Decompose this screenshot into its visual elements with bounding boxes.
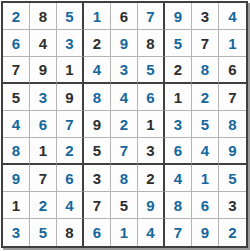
given-digit: 3 <box>201 9 209 24</box>
solved-digit: 4 <box>228 9 236 24</box>
cell-r6c5[interactable]: 7 <box>111 138 138 165</box>
solved-digit: 5 <box>201 117 209 132</box>
solved-digit: 2 <box>12 9 20 24</box>
cell-r4c5[interactable]: 4 <box>111 84 138 111</box>
solved-digit: 1 <box>120 225 128 240</box>
cell-r5c7[interactable]: 3 <box>165 111 192 138</box>
cell-r6c7[interactable]: 6 <box>165 138 192 165</box>
cell-r7c2[interactable]: 7 <box>30 165 57 192</box>
solved-digit: 9 <box>174 9 182 24</box>
cell-r7c4[interactable]: 3 <box>84 165 111 192</box>
solved-digit: 2 <box>228 225 236 240</box>
solved-digit: 1 <box>93 9 101 24</box>
given-digit: 7 <box>12 62 20 77</box>
cell-r5c9[interactable]: 8 <box>219 111 246 138</box>
given-digit: 2 <box>146 171 154 186</box>
solved-digit: 7 <box>120 143 128 158</box>
solved-digit: 7 <box>174 225 182 240</box>
cell-r4c9[interactable]: 7 <box>219 84 246 111</box>
cell-r2c7[interactable]: 5 <box>165 30 192 57</box>
solved-digit: 7 <box>65 117 73 132</box>
solved-digit: 8 <box>12 143 20 158</box>
cell-r7c6[interactable]: 2 <box>138 165 165 192</box>
solved-digit: 6 <box>39 117 47 132</box>
solved-digit: 1 <box>228 36 236 51</box>
cell-r1c7[interactable]: 9 <box>165 3 192 30</box>
cell-r4c1[interactable]: 5 <box>3 84 30 111</box>
given-digit: 7 <box>93 198 101 213</box>
solved-digit: 4 <box>93 62 101 77</box>
cell-r1c5[interactable]: 6 <box>111 3 138 30</box>
solved-digit: 9 <box>146 198 154 213</box>
cell-r1c4[interactable]: 1 <box>84 3 111 30</box>
given-digit: 4 <box>39 36 47 51</box>
cell-r3c8[interactable]: 8 <box>192 57 219 84</box>
solved-digit: 5 <box>228 171 236 186</box>
cell-r3c7[interactable]: 2 <box>165 57 192 84</box>
solved-digit: 8 <box>93 90 101 105</box>
cell-r8c4[interactable]: 7 <box>84 192 111 219</box>
given-digit: 7 <box>201 36 209 51</box>
cell-r2c1[interactable]: 6 <box>3 30 30 57</box>
cell-r9c6[interactable]: 4 <box>138 219 165 246</box>
cell-r7c9[interactable]: 5 <box>219 165 246 192</box>
given-digit: 1 <box>174 90 182 105</box>
cell-r3c1[interactable]: 7 <box>3 57 30 84</box>
cell-r8c1[interactable]: 1 <box>3 192 30 219</box>
cell-r6c4[interactable]: 5 <box>84 138 111 165</box>
cell-r4c3[interactable]: 9 <box>57 84 84 111</box>
cell-r9c9[interactable]: 2 <box>219 219 246 246</box>
cell-r9c1[interactable]: 3 <box>3 219 30 246</box>
given-digit: 3 <box>146 143 154 158</box>
cell-r1c6[interactable]: 7 <box>138 3 165 30</box>
cell-r9c7[interactable]: 7 <box>165 219 192 246</box>
cell-r8c5[interactable]: 5 <box>111 192 138 219</box>
cell-r6c3[interactable]: 2 <box>57 138 84 165</box>
cell-r4c6[interactable]: 6 <box>138 84 165 111</box>
given-digit: 9 <box>93 117 101 132</box>
cell-r3c3[interactable]: 1 <box>57 57 84 84</box>
solved-digit: 4 <box>65 198 73 213</box>
given-digit: 6 <box>120 9 128 24</box>
given-digit: 3 <box>93 171 101 186</box>
solved-digit: 3 <box>65 36 73 51</box>
solved-digit: 2 <box>39 198 47 213</box>
cell-r2c4[interactable]: 2 <box>84 30 111 57</box>
solved-digit: 8 <box>228 117 236 132</box>
cell-r5c5[interactable]: 2 <box>111 111 138 138</box>
cell-r6c1[interactable]: 8 <box>3 138 30 165</box>
cell-r5c2[interactable]: 6 <box>30 111 57 138</box>
solved-digit: 9 <box>12 171 20 186</box>
cell-r5c4[interactable]: 9 <box>84 111 111 138</box>
solved-digit: 6 <box>201 198 209 213</box>
cell-r6c9[interactable]: 9 <box>219 138 246 165</box>
solved-digit: 2 <box>201 90 209 105</box>
solved-digit: 5 <box>146 62 154 77</box>
solved-digit: 5 <box>65 9 73 24</box>
solved-digit: 4 <box>120 90 128 105</box>
cell-r1c1[interactable]: 2 <box>3 3 30 30</box>
given-digit: 8 <box>39 9 47 24</box>
given-digit: 1 <box>12 198 20 213</box>
cell-r8c9[interactable]: 3 <box>219 192 246 219</box>
cell-r5c1[interactable]: 4 <box>3 111 30 138</box>
cell-r5c8[interactable]: 5 <box>192 111 219 138</box>
solved-digit: 7 <box>146 9 154 24</box>
cell-r3c6[interactable]: 5 <box>138 57 165 84</box>
solved-digit: 1 <box>201 171 209 186</box>
solved-digit: 9 <box>120 36 128 51</box>
cell-r3c9[interactable]: 6 <box>219 57 246 84</box>
solved-digit: 5 <box>39 225 47 240</box>
cell-r6c2[interactable]: 1 <box>30 138 57 165</box>
given-digit: 8 <box>65 225 73 240</box>
cell-r8c7[interactable]: 8 <box>165 192 192 219</box>
solved-digit: 2 <box>65 143 73 158</box>
solved-digit: 4 <box>12 117 20 132</box>
cell-r8c8[interactable]: 6 <box>192 192 219 219</box>
solved-digit: 8 <box>201 62 209 77</box>
solved-digit: 8 <box>174 198 182 213</box>
cell-r1c2[interactable]: 8 <box>30 3 57 30</box>
cell-r9c2[interactable]: 5 <box>30 219 57 246</box>
sudoku-board: 2851679346432985717914352865398461274679… <box>1 1 248 248</box>
cell-r2c3[interactable]: 3 <box>57 30 84 57</box>
solved-digit: 2 <box>120 117 128 132</box>
given-digit: 6 <box>228 62 236 77</box>
cell-r7c5[interactable]: 8 <box>111 165 138 192</box>
cell-r1c8[interactable]: 3 <box>192 3 219 30</box>
given-digit: 8 <box>146 36 154 51</box>
given-digit: 2 <box>93 36 101 51</box>
cell-r9c4[interactable]: 6 <box>84 219 111 246</box>
solved-digit: 3 <box>39 90 47 105</box>
given-digit: 5 <box>93 143 101 158</box>
cell-r7c1[interactable]: 9 <box>3 165 30 192</box>
given-digit: 7 <box>228 90 236 105</box>
cell-r5c3[interactable]: 7 <box>57 111 84 138</box>
given-digit: 3 <box>228 198 236 213</box>
cell-r9c3[interactable]: 8 <box>57 219 84 246</box>
cell-r2c8[interactable]: 7 <box>192 30 219 57</box>
solved-digit: 5 <box>174 36 182 51</box>
solved-digit: 3 <box>12 225 20 240</box>
given-digit: 9 <box>65 90 73 105</box>
given-digit: 5 <box>120 198 128 213</box>
cell-r8c2[interactable]: 2 <box>30 192 57 219</box>
cell-r2c6[interactable]: 8 <box>138 30 165 57</box>
cell-r5c6[interactable]: 1 <box>138 111 165 138</box>
cell-r7c8[interactable]: 1 <box>192 165 219 192</box>
given-digit: 7 <box>39 171 47 186</box>
given-digit: 2 <box>174 62 182 77</box>
cell-r3c5[interactable]: 3 <box>111 57 138 84</box>
cell-r2c9[interactable]: 1 <box>219 30 246 57</box>
cell-r3c4[interactable]: 4 <box>84 57 111 84</box>
given-digit: 5 <box>12 90 20 105</box>
cell-r7c7[interactable]: 4 <box>165 165 192 192</box>
cell-r9c5[interactable]: 1 <box>111 219 138 246</box>
solved-digit: 4 <box>174 171 182 186</box>
cell-r9c8[interactable]: 9 <box>192 219 219 246</box>
solved-digit: 6 <box>12 36 20 51</box>
cell-r8c6[interactable]: 9 <box>138 192 165 219</box>
solved-digit: 6 <box>65 171 73 186</box>
cell-r2c2[interactable]: 4 <box>30 30 57 57</box>
cell-r1c3[interactable]: 5 <box>57 3 84 30</box>
given-digit: 1 <box>39 143 47 158</box>
cell-r3c2[interactable]: 9 <box>30 57 57 84</box>
solved-digit: 8 <box>120 171 128 186</box>
cell-r6c6[interactable]: 3 <box>138 138 165 165</box>
solved-digit: 9 <box>228 143 236 158</box>
cell-r7c3[interactable]: 6 <box>57 165 84 192</box>
cell-r8c3[interactable]: 4 <box>57 192 84 219</box>
cell-r4c8[interactable]: 2 <box>192 84 219 111</box>
solved-digit: 3 <box>174 117 182 132</box>
solved-digit: 6 <box>146 90 154 105</box>
given-digit: 1 <box>146 117 154 132</box>
cell-r4c7[interactable]: 1 <box>165 84 192 111</box>
solved-digit: 4 <box>146 225 154 240</box>
cell-r6c8[interactable]: 4 <box>192 138 219 165</box>
cell-r4c2[interactable]: 3 <box>30 84 57 111</box>
cell-r2c5[interactable]: 9 <box>111 30 138 57</box>
cell-r4c4[interactable]: 8 <box>84 84 111 111</box>
given-digit: 1 <box>65 62 73 77</box>
solved-digit: 4 <box>201 143 209 158</box>
given-digit: 9 <box>39 62 47 77</box>
solved-digit: 3 <box>120 62 128 77</box>
solved-digit: 9 <box>201 225 209 240</box>
cell-r1c9[interactable]: 4 <box>219 3 246 30</box>
solved-digit: 6 <box>174 143 182 158</box>
solved-digit: 6 <box>93 225 101 240</box>
